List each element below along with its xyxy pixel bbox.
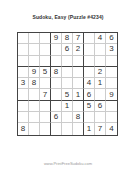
cell-r8c2 — [29, 112, 40, 123]
cell-r2c4 — [51, 44, 62, 55]
cell-r4c6 — [73, 67, 84, 78]
cell-r4c8: 2 — [95, 67, 106, 78]
puzzle-title: Sudoku, Easy (Puzzle #4234) — [0, 14, 136, 20]
cell-r6c7: 6 — [84, 89, 95, 100]
cell-r8c8 — [95, 112, 106, 123]
cell-r1c3 — [40, 33, 51, 44]
cell-r3c3 — [40, 56, 51, 67]
cell-r8c9 — [106, 112, 117, 123]
cell-r4c5 — [62, 67, 73, 78]
cell-r2c8 — [95, 44, 106, 55]
cell-r1c5: 8 — [62, 33, 73, 44]
cell-r6c5: 5 — [62, 89, 73, 100]
cell-r7c9 — [106, 101, 117, 112]
cell-r8c5 — [62, 112, 73, 123]
cell-r2c5: 6 — [62, 44, 73, 55]
cell-r8c3 — [40, 112, 51, 123]
cell-r3c7 — [84, 56, 95, 67]
cell-r5c4 — [51, 78, 62, 89]
cell-r6c8 — [95, 89, 106, 100]
cell-r3c2 — [29, 56, 40, 67]
cell-r6c9: 9 — [106, 89, 117, 100]
cell-r5c8: 1 — [95, 78, 106, 89]
cell-r7c3 — [40, 101, 51, 112]
cell-r1c2 — [29, 33, 40, 44]
cell-r5c9 — [106, 78, 117, 89]
cell-r7c8: 6 — [95, 101, 106, 112]
cell-r2c7 — [84, 44, 95, 55]
sudoku-page: Sudoku, Easy (Puzzle #4234) 987466239582… — [0, 0, 136, 176]
cell-r4c2: 9 — [29, 67, 40, 78]
cell-r3c1 — [18, 56, 29, 67]
cell-r9c3 — [40, 123, 51, 134]
cell-r3c8 — [95, 56, 106, 67]
cell-r3c9 — [106, 56, 117, 67]
cell-r4c1 — [18, 67, 29, 78]
cell-r2c6: 2 — [73, 44, 84, 55]
cell-r9c2 — [29, 123, 40, 134]
cell-r2c3 — [40, 44, 51, 55]
cell-r3c4 — [51, 56, 62, 67]
cell-r5c2: 8 — [29, 78, 40, 89]
cell-r2c2 — [29, 44, 40, 55]
cell-r1c4: 9 — [51, 33, 62, 44]
cell-r8c7 — [84, 112, 95, 123]
cell-r8c6: 8 — [73, 112, 84, 123]
cell-r6c6: 1 — [73, 89, 84, 100]
cell-r2c1 — [18, 44, 29, 55]
cell-r9c5 — [62, 123, 73, 134]
cell-r6c3: 7 — [40, 89, 51, 100]
cell-r5c6 — [73, 78, 84, 89]
cell-r3c5 — [62, 56, 73, 67]
cell-r2c9: 3 — [106, 44, 117, 55]
cell-r4c9 — [106, 67, 117, 78]
cell-r4c3: 5 — [40, 67, 51, 78]
cell-r9c7: 1 — [84, 123, 95, 134]
cell-r9c8: 7 — [95, 123, 106, 134]
cell-r1c8: 4 — [95, 33, 106, 44]
cell-r9c9: 4 — [106, 123, 117, 134]
cell-r4c7 — [84, 67, 95, 78]
cell-r1c7 — [84, 33, 95, 44]
cell-r1c1 — [18, 33, 29, 44]
cell-r4c4: 8 — [51, 67, 62, 78]
cell-r8c1 — [18, 112, 29, 123]
cell-r6c1 — [18, 89, 29, 100]
cell-r6c2 — [29, 89, 40, 100]
cell-r6c4 — [51, 89, 62, 100]
cell-r8c4: 6 — [51, 112, 62, 123]
cell-r9c1: 8 — [18, 123, 29, 134]
footer-url: www.PrintFreeSudoku.com — [0, 161, 136, 166]
cell-r1c9: 6 — [106, 33, 117, 44]
cell-r5c7: 4 — [84, 78, 95, 89]
cell-r1c6: 7 — [73, 33, 84, 44]
cell-r7c1 — [18, 101, 29, 112]
cell-r5c3 — [40, 78, 51, 89]
cell-r3c6 — [73, 56, 84, 67]
cell-r7c2 — [29, 101, 40, 112]
cell-r7c6 — [73, 101, 84, 112]
cell-r7c4 — [51, 101, 62, 112]
cell-r5c1: 3 — [18, 78, 29, 89]
sudoku-board: 987466239582384175169156688174 — [17, 32, 118, 136]
cell-r5c5 — [62, 78, 73, 89]
cell-r9c6 — [73, 123, 84, 134]
cell-r9c4 — [51, 123, 62, 134]
cell-r7c5: 1 — [62, 101, 73, 112]
cell-r7c7: 5 — [84, 101, 95, 112]
